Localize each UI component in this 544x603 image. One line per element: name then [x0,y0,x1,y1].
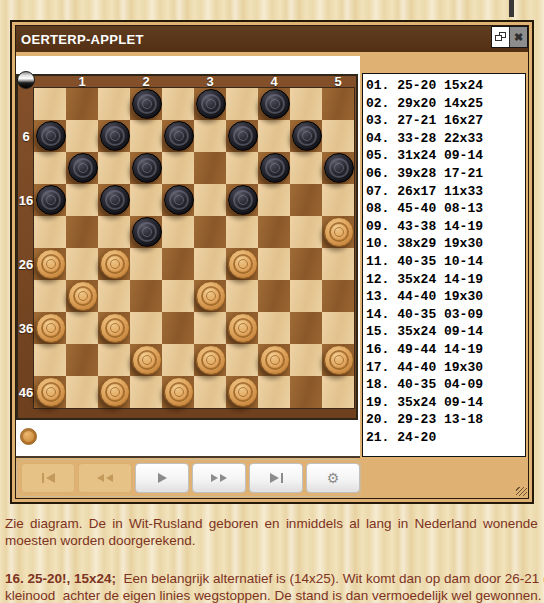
move-line: 16. 49-44 14-19 [366,341,525,359]
black-piece-19[interactable] [228,185,258,215]
step-back-button[interactable] [78,463,132,493]
move-line: 10. 38x29 19x30 [366,235,525,253]
move-line: 08. 45-40 08-13 [366,200,525,218]
white-piece-29[interactable] [228,249,258,279]
restore-icon [495,32,506,42]
settings-button[interactable]: ⚙ [306,463,360,493]
page-edge-fragment [509,0,514,17]
white-piece-36[interactable] [36,313,66,343]
move-line: 01. 25-20 15x24 [366,77,525,95]
black-piece-15[interactable] [324,153,354,183]
move-line: 03. 27-21 16x27 [366,112,525,130]
move-line: 09. 43-38 14-19 [366,218,525,236]
skip-back-icon [46,473,55,483]
black-piece-22[interactable] [132,217,162,247]
titlebar-buttons: ✖ [491,26,528,48]
white-piece-31[interactable] [68,281,98,311]
row-label-36: 36 [19,321,33,336]
top-side-indicator-ball [17,71,35,89]
move-line: 21. 24-20 [366,429,525,447]
close-icon: ✖ [514,31,523,44]
white-piece-37[interactable] [100,313,130,343]
commentary-line: Zie diagram. De in Wit-Rusland geboren e… [5,516,544,533]
play-button[interactable] [135,463,189,493]
black-piece-17[interactable] [100,185,130,215]
black-piece-4[interactable] [260,89,290,119]
side-to-move-indicator-piece [20,428,37,445]
step-back-icon [106,474,113,482]
black-piece-16[interactable] [36,185,66,215]
restore-button[interactable] [492,27,509,47]
commentary-line: kleinood achter de eigen linies wegstopp… [5,588,544,603]
playback-controls: ⚙ [21,463,360,493]
move-line: 04. 33-28 22x33 [366,130,525,148]
row-label-26: 26 [19,257,33,272]
white-piece-47[interactable] [100,377,130,407]
window-title: OERTERP-APPLET [16,32,144,47]
bar-icon [281,473,283,483]
column-label-5: 5 [334,76,341,88]
black-piece-2[interactable] [132,89,162,119]
white-piece-43[interactable] [196,345,226,375]
black-piece-7[interactable] [100,121,130,151]
white-piece-25[interactable] [324,217,354,247]
black-piece-6[interactable] [36,121,66,151]
close-button[interactable]: ✖ [509,27,527,47]
move-line: 19. 35x24 09-14 [366,394,525,412]
white-piece-48[interactable] [164,377,194,407]
black-piece-3[interactable] [196,89,226,119]
column-label-1: 1 [78,76,85,88]
white-piece-39[interactable] [228,313,258,343]
skip-to-end-button[interactable] [249,463,303,493]
move-list-box[interactable]: 01. 25-20 15x2402. 29x20 14x2503. 27-21 … [362,73,526,457]
white-piece-26[interactable] [36,249,66,279]
black-piece-18[interactable] [164,185,194,215]
pieces-layer [34,88,354,408]
white-piece-45[interactable] [324,345,354,375]
white-piece-27[interactable] [100,249,130,279]
applet-window: OERTERP-APPLET ✖ 12345 616263646 01. 25 [10,20,534,504]
column-label-2: 2 [142,76,149,88]
gear-icon: ⚙ [327,471,340,485]
step-back-icon [97,474,104,482]
fast-forward-button[interactable] [192,463,246,493]
commentary-line: moesten worden doorgerekend. [5,533,544,550]
bar-icon [42,473,44,483]
skip-end-icon [270,473,279,483]
board-frame: 12345 616263646 [16,74,358,420]
move-line: 12. 35x24 14-19 [366,271,525,289]
black-piece-12[interactable] [132,153,162,183]
move-line: 17. 44-40 19x30 [366,359,525,377]
resize-handle[interactable] [516,487,527,496]
commentary-line: 16. 25-20!, 15x24; Een belangrijk altern… [5,571,544,588]
move-annotation-bold: 16. 25-20!, 15x24; [5,571,116,586]
move-line: 18. 40-35 04-09 [366,376,525,394]
move-line: 06. 39x28 17-21 [366,165,525,183]
black-piece-14[interactable] [260,153,290,183]
column-label-4: 4 [270,76,277,88]
black-piece-10[interactable] [292,121,322,151]
commentary-text: Zie diagram. De in Wit-Rusland geboren e… [5,516,544,603]
page: OERTERP-APPLET ✖ 12345 616263646 01. 25 [0,0,544,603]
white-piece-42[interactable] [132,345,162,375]
move-line: 11. 40-35 10-14 [366,253,525,271]
black-piece-8[interactable] [164,121,194,151]
row-label-46: 46 [19,385,33,400]
column-label-3: 3 [206,76,213,88]
white-piece-46[interactable] [36,377,66,407]
move-line: 05. 31x24 09-14 [366,147,525,165]
black-piece-11[interactable] [68,153,98,183]
move-line: 15. 35x24 09-14 [366,323,525,341]
move-line: 07. 26x17 11x33 [366,183,525,201]
play-icon [158,473,167,483]
white-piece-44[interactable] [260,345,290,375]
skip-to-start-button[interactable] [21,463,75,493]
move-line: 13. 44-40 19x30 [366,288,525,306]
row-label-6: 6 [22,129,29,144]
move-line: 14. 40-35 03-09 [366,306,525,324]
white-piece-33[interactable] [196,281,226,311]
move-line: 20. 29-23 13-18 [366,411,525,429]
window-titlebar[interactable]: OERTERP-APPLET ✖ [16,26,528,52]
fast-forward-icon [220,474,227,482]
row-label-16: 16 [19,193,33,208]
board-panel: 12345 616263646 [16,56,360,458]
black-piece-9[interactable] [228,121,258,151]
move-list: 01. 25-20 15x2402. 29x20 14x2503. 27-21 … [366,77,525,446]
move-line: 02. 29x20 14x25 [366,95,525,113]
white-piece-49[interactable] [228,377,258,407]
playback-bar: ⚙ [16,459,361,497]
fast-forward-icon [211,474,218,482]
